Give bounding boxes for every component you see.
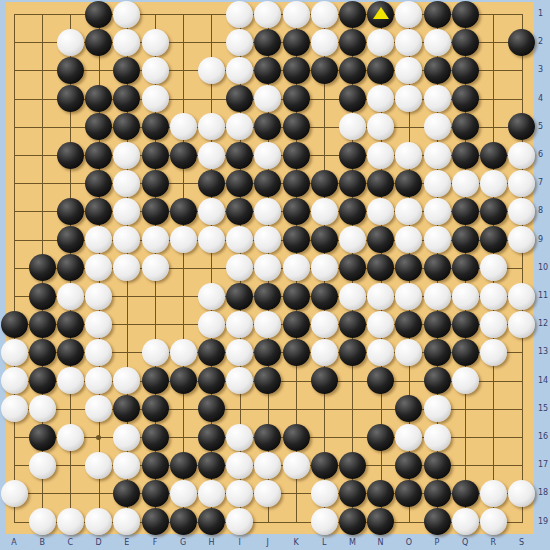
row-label-4: 4 (538, 95, 543, 103)
black-stone (480, 226, 507, 253)
white-stone (142, 254, 169, 281)
black-stone (113, 57, 140, 84)
black-stone (395, 452, 422, 479)
white-stone (311, 1, 338, 28)
white-stone (226, 311, 253, 338)
white-stone (452, 367, 479, 394)
white-stone (367, 198, 394, 225)
white-stone (170, 339, 197, 366)
white-stone (508, 198, 535, 225)
black-stone (452, 480, 479, 507)
white-stone (395, 283, 422, 310)
column-label-G: G (180, 539, 186, 547)
white-stone (480, 480, 507, 507)
white-stone (254, 198, 281, 225)
white-stone (311, 198, 338, 225)
white-stone (424, 283, 451, 310)
black-stone (170, 508, 197, 535)
white-stone (57, 367, 84, 394)
black-stone (452, 226, 479, 253)
black-stone (113, 480, 140, 507)
black-stone (142, 113, 169, 140)
white-stone (480, 311, 507, 338)
black-stone (142, 170, 169, 197)
black-stone (311, 57, 338, 84)
column-label-H: H (208, 539, 214, 547)
white-stone (254, 1, 281, 28)
white-stone (424, 424, 451, 451)
row-label-18: 18 (538, 489, 548, 497)
black-stone (339, 142, 366, 169)
black-stone (311, 170, 338, 197)
column-label-L: L (322, 539, 326, 547)
black-stone (367, 226, 394, 253)
black-stone (424, 480, 451, 507)
row-label-11: 11 (538, 292, 548, 300)
black-stone (57, 339, 84, 366)
white-stone (29, 452, 56, 479)
white-stone (254, 452, 281, 479)
black-stone (170, 198, 197, 225)
white-stone (480, 339, 507, 366)
black-stone (226, 142, 253, 169)
white-stone (311, 254, 338, 281)
black-stone (254, 283, 281, 310)
white-stone (226, 226, 253, 253)
black-stone (29, 254, 56, 281)
black-stone (311, 452, 338, 479)
column-label-O: O (406, 539, 412, 547)
black-stone (367, 424, 394, 451)
white-stone (85, 283, 112, 310)
go-board[interactable] (6, 2, 534, 534)
black-stone (452, 85, 479, 112)
white-stone (226, 57, 253, 84)
white-stone (508, 311, 535, 338)
column-label-N: N (378, 539, 384, 547)
black-stone (424, 452, 451, 479)
row-label-3: 3 (538, 66, 543, 74)
black-stone (57, 198, 84, 225)
column-label-C: C (68, 539, 74, 547)
white-stone (339, 283, 366, 310)
black-stone (283, 424, 310, 451)
white-stone (367, 29, 394, 56)
black-stone (424, 57, 451, 84)
black-stone (367, 508, 394, 535)
black-stone (198, 367, 225, 394)
column-label-R: R (491, 539, 497, 547)
column-label-J: J (267, 539, 269, 547)
black-stone (170, 367, 197, 394)
white-stone (29, 395, 56, 422)
white-stone (226, 29, 253, 56)
white-stone (367, 283, 394, 310)
white-stone (226, 424, 253, 451)
black-stone (142, 367, 169, 394)
column-label-B: B (39, 539, 45, 547)
white-stone (113, 452, 140, 479)
white-stone (424, 85, 451, 112)
black-stone (226, 198, 253, 225)
row-label-6: 6 (538, 151, 543, 159)
white-stone (113, 424, 140, 451)
white-stone (1, 367, 28, 394)
white-stone (311, 29, 338, 56)
white-stone (226, 367, 253, 394)
white-stone (226, 508, 253, 535)
black-stone (452, 142, 479, 169)
black-stone (57, 311, 84, 338)
row-label-13: 13 (538, 348, 548, 356)
row-label-7: 7 (538, 179, 543, 187)
white-stone (198, 113, 225, 140)
black-stone (85, 29, 112, 56)
white-stone (395, 57, 422, 84)
black-stone (339, 339, 366, 366)
column-label-F: F (153, 539, 158, 547)
black-stone (142, 424, 169, 451)
black-stone (283, 198, 310, 225)
white-stone (142, 57, 169, 84)
black-stone (367, 57, 394, 84)
column-label-P: P (435, 539, 440, 547)
black-stone (339, 508, 366, 535)
black-stone (198, 508, 225, 535)
white-stone (85, 508, 112, 535)
black-stone (142, 198, 169, 225)
column-label-D: D (96, 539, 102, 547)
black-stone (367, 367, 394, 394)
white-stone (254, 142, 281, 169)
white-stone (508, 170, 535, 197)
column-label-Q: Q (462, 539, 468, 547)
black-stone (85, 1, 112, 28)
black-stone (424, 339, 451, 366)
white-stone (57, 29, 84, 56)
black-stone (452, 29, 479, 56)
black-stone (424, 254, 451, 281)
white-stone (198, 57, 225, 84)
white-stone (452, 283, 479, 310)
star-point (96, 435, 101, 440)
black-stone (311, 226, 338, 253)
white-stone (85, 339, 112, 366)
column-label-M: M (349, 539, 356, 547)
black-stone (480, 142, 507, 169)
white-stone (170, 113, 197, 140)
row-label-12: 12 (538, 320, 548, 328)
white-stone (367, 339, 394, 366)
column-label-A: A (11, 539, 16, 547)
white-stone (283, 254, 310, 281)
white-stone (142, 29, 169, 56)
row-label-8: 8 (538, 207, 543, 215)
white-stone (1, 395, 28, 422)
black-stone (424, 1, 451, 28)
white-stone (395, 339, 422, 366)
black-stone (57, 142, 84, 169)
white-stone (85, 452, 112, 479)
white-stone (113, 1, 140, 28)
black-stone (452, 339, 479, 366)
white-stone (395, 29, 422, 56)
black-stone (339, 29, 366, 56)
white-stone (424, 113, 451, 140)
black-stone (29, 424, 56, 451)
black-stone (395, 480, 422, 507)
white-stone (198, 480, 225, 507)
black-stone (424, 311, 451, 338)
black-stone (283, 85, 310, 112)
black-stone (142, 480, 169, 507)
white-stone (311, 480, 338, 507)
white-stone (170, 480, 197, 507)
black-stone (339, 85, 366, 112)
white-stone (198, 198, 225, 225)
white-stone (424, 395, 451, 422)
black-stone (311, 283, 338, 310)
white-stone (367, 85, 394, 112)
black-stone (142, 395, 169, 422)
white-stone (339, 113, 366, 140)
white-stone (367, 142, 394, 169)
white-stone (283, 452, 310, 479)
white-stone (57, 283, 84, 310)
column-label-E: E (124, 539, 129, 547)
white-stone (170, 226, 197, 253)
black-stone (452, 57, 479, 84)
row-label-9: 9 (538, 236, 543, 244)
row-label-15: 15 (538, 405, 548, 413)
black-stone (452, 198, 479, 225)
black-stone (57, 85, 84, 112)
white-stone (57, 424, 84, 451)
white-stone (142, 339, 169, 366)
last-move-triangle-marker (373, 7, 389, 19)
black-stone (339, 452, 366, 479)
white-stone (113, 170, 140, 197)
black-stone (198, 452, 225, 479)
row-label-1: 1 (538, 10, 543, 18)
black-stone (170, 142, 197, 169)
white-stone (424, 198, 451, 225)
white-stone (198, 311, 225, 338)
white-stone (113, 198, 140, 225)
black-stone (29, 283, 56, 310)
white-stone (311, 311, 338, 338)
black-stone (254, 57, 281, 84)
column-label-S: S (519, 539, 524, 547)
white-stone (311, 339, 338, 366)
white-stone (480, 254, 507, 281)
black-stone (57, 254, 84, 281)
black-stone (226, 170, 253, 197)
white-stone (395, 1, 422, 28)
black-stone (508, 29, 535, 56)
white-stone (113, 142, 140, 169)
black-stone (254, 29, 281, 56)
black-stone (283, 311, 310, 338)
white-stone (508, 226, 535, 253)
white-stone (142, 226, 169, 253)
white-stone (311, 508, 338, 535)
black-stone (283, 339, 310, 366)
white-stone (198, 226, 225, 253)
black-stone (170, 452, 197, 479)
white-stone (367, 311, 394, 338)
white-stone (1, 480, 28, 507)
go-app-window: ABCDEFGHIJKLMNOPQRS 12345678910111213141… (0, 0, 550, 550)
black-stone (339, 57, 366, 84)
white-stone (508, 142, 535, 169)
black-stone (142, 142, 169, 169)
black-stone (283, 283, 310, 310)
black-stone (452, 1, 479, 28)
black-stone (198, 424, 225, 451)
black-stone (367, 170, 394, 197)
white-stone (85, 311, 112, 338)
row-label-19: 19 (538, 518, 548, 526)
black-stone (254, 170, 281, 197)
black-stone (254, 339, 281, 366)
black-stone (1, 311, 28, 338)
black-stone (29, 367, 56, 394)
white-stone (1, 339, 28, 366)
white-stone (254, 480, 281, 507)
black-stone (452, 311, 479, 338)
black-stone (339, 198, 366, 225)
black-stone (339, 170, 366, 197)
white-stone (424, 170, 451, 197)
white-stone (113, 29, 140, 56)
black-stone (452, 254, 479, 281)
black-stone (226, 85, 253, 112)
white-stone (508, 283, 535, 310)
white-stone (198, 283, 225, 310)
column-label-I: I (238, 539, 240, 547)
black-stone (283, 113, 310, 140)
white-stone (452, 508, 479, 535)
black-stone (424, 367, 451, 394)
black-stone (198, 170, 225, 197)
black-stone (311, 367, 338, 394)
black-stone (283, 142, 310, 169)
white-stone (395, 198, 422, 225)
black-stone (142, 452, 169, 479)
black-stone (198, 339, 225, 366)
black-stone (339, 1, 366, 28)
black-stone (339, 311, 366, 338)
white-stone (226, 339, 253, 366)
white-stone (508, 480, 535, 507)
white-stone (452, 170, 479, 197)
row-label-14: 14 (538, 377, 548, 385)
white-stone (480, 170, 507, 197)
black-stone (142, 508, 169, 535)
white-stone (226, 452, 253, 479)
black-stone (29, 339, 56, 366)
white-stone (85, 367, 112, 394)
black-stone (226, 283, 253, 310)
black-stone (395, 170, 422, 197)
row-label-5: 5 (538, 123, 543, 131)
black-stone (283, 226, 310, 253)
white-stone (226, 1, 253, 28)
black-stone (254, 424, 281, 451)
white-stone (395, 142, 422, 169)
white-stone (29, 508, 56, 535)
black-stone (452, 113, 479, 140)
white-stone (283, 1, 310, 28)
black-stone (198, 395, 225, 422)
white-stone (480, 283, 507, 310)
white-stone (198, 142, 225, 169)
black-stone (480, 198, 507, 225)
row-label-10: 10 (538, 264, 548, 272)
black-stone (29, 311, 56, 338)
black-stone (395, 311, 422, 338)
black-stone (339, 254, 366, 281)
row-label-2: 2 (538, 38, 543, 46)
black-stone (85, 198, 112, 225)
black-stone (85, 170, 112, 197)
white-stone (85, 226, 112, 253)
black-stone (283, 29, 310, 56)
black-stone (424, 508, 451, 535)
white-stone (57, 508, 84, 535)
white-stone (424, 29, 451, 56)
white-stone (424, 226, 451, 253)
black-stone (85, 142, 112, 169)
white-stone (395, 424, 422, 451)
column-label-K: K (293, 539, 298, 547)
black-stone (367, 480, 394, 507)
black-stone (283, 57, 310, 84)
white-stone (424, 142, 451, 169)
white-stone (142, 85, 169, 112)
black-stone (367, 1, 394, 28)
black-stone (283, 170, 310, 197)
white-stone (254, 311, 281, 338)
black-stone (57, 226, 84, 253)
black-stone (57, 57, 84, 84)
white-stone (339, 226, 366, 253)
row-label-16: 16 (538, 433, 548, 441)
row-label-17: 17 (538, 461, 548, 469)
white-stone (480, 508, 507, 535)
black-stone (85, 85, 112, 112)
grid-line-vertical (522, 14, 523, 523)
white-stone (226, 480, 253, 507)
black-stone (339, 480, 366, 507)
